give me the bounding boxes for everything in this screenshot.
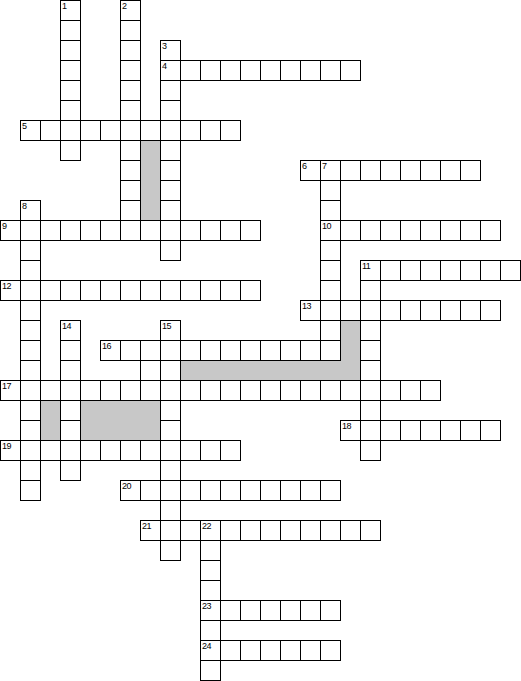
clue-number: 7 [322, 161, 327, 171]
cell[interactable] [80, 280, 101, 301]
cell[interactable] [120, 40, 141, 61]
cell[interactable] [160, 140, 181, 161]
clue-number: 17 [2, 381, 11, 391]
shaded-cell[interactable] [100, 420, 121, 441]
cell[interactable] [360, 320, 381, 341]
cell[interactable] [20, 220, 41, 241]
cell[interactable] [260, 340, 281, 361]
cell[interactable]: 20 [120, 480, 141, 501]
cell[interactable] [180, 440, 201, 461]
shaded-cell[interactable] [120, 400, 141, 421]
cell[interactable] [140, 380, 161, 401]
cell[interactable] [240, 480, 261, 501]
cell[interactable] [60, 440, 81, 461]
cell[interactable] [360, 520, 381, 541]
cell[interactable] [320, 300, 341, 321]
cell[interactable] [180, 120, 201, 141]
shaded-cell[interactable] [120, 420, 141, 441]
cell[interactable] [480, 220, 501, 241]
clue-number: 21 [142, 521, 151, 531]
cell[interactable] [160, 80, 181, 101]
cell[interactable]: 10 [320, 220, 341, 241]
cell[interactable] [200, 280, 221, 301]
cell[interactable] [60, 280, 81, 301]
cell[interactable] [320, 640, 341, 661]
cell[interactable] [140, 280, 161, 301]
cell[interactable]: 3 [160, 40, 181, 61]
cell[interactable] [320, 200, 341, 221]
cell[interactable] [380, 220, 401, 241]
cell[interactable] [140, 340, 161, 361]
clue-number: 2 [122, 1, 127, 11]
cell[interactable] [60, 420, 81, 441]
cell[interactable] [360, 280, 381, 301]
shaded-cell[interactable] [140, 140, 161, 161]
cell[interactable] [200, 220, 221, 241]
shaded-cell[interactable] [320, 360, 341, 381]
cell[interactable] [420, 260, 441, 281]
shaded-cell[interactable] [140, 400, 161, 421]
cell[interactable] [80, 120, 101, 141]
cell[interactable] [360, 440, 381, 461]
cell[interactable] [40, 280, 61, 301]
cell[interactable]: 18 [340, 420, 361, 441]
cell[interactable] [240, 220, 261, 241]
cell[interactable] [60, 340, 81, 361]
cell[interactable]: 22 [200, 520, 221, 541]
cell[interactable] [320, 480, 341, 501]
cell[interactable] [80, 220, 101, 241]
cell[interactable] [260, 380, 281, 401]
cell[interactable] [100, 220, 121, 241]
cell[interactable] [200, 380, 221, 401]
cell[interactable] [160, 180, 181, 201]
shaded-cell[interactable] [240, 360, 261, 381]
cell[interactable] [340, 300, 361, 321]
cell[interactable] [160, 220, 181, 241]
shaded-cell[interactable] [200, 360, 221, 381]
cell[interactable]: 7 [320, 160, 341, 181]
cell[interactable] [220, 340, 241, 361]
cell[interactable] [320, 240, 341, 261]
cell[interactable] [320, 180, 341, 201]
cell[interactable] [60, 140, 81, 161]
cell[interactable] [500, 260, 521, 281]
cell[interactable] [340, 380, 361, 401]
cell[interactable] [20, 260, 41, 281]
cell[interactable] [360, 160, 381, 181]
cell[interactable] [300, 480, 321, 501]
cell[interactable] [280, 60, 301, 81]
cell[interactable] [420, 220, 441, 241]
cell[interactable] [420, 160, 441, 181]
cell[interactable] [100, 120, 121, 141]
cell[interactable] [160, 520, 181, 541]
cell[interactable] [460, 420, 481, 441]
cell[interactable] [480, 300, 501, 321]
clue-number: 13 [302, 301, 311, 311]
cell[interactable] [160, 480, 181, 501]
cell[interactable] [40, 220, 61, 241]
cell[interactable] [80, 380, 101, 401]
cell[interactable] [100, 280, 121, 301]
cell[interactable] [160, 440, 181, 461]
cell[interactable] [320, 60, 341, 81]
cell[interactable] [60, 60, 81, 81]
cell[interactable] [380, 260, 401, 281]
cell[interactable] [160, 160, 181, 181]
cell[interactable] [20, 360, 41, 381]
cell[interactable] [360, 420, 381, 441]
cell[interactable] [200, 560, 221, 581]
clue-number: 6 [302, 161, 307, 171]
cell[interactable] [180, 380, 201, 401]
cell[interactable] [160, 100, 181, 121]
cell[interactable]: 13 [300, 300, 321, 321]
cell[interactable] [220, 120, 241, 141]
clue-number: 20 [122, 481, 131, 491]
cell[interactable]: 1 [60, 0, 81, 21]
clue-number: 19 [2, 441, 11, 451]
cell[interactable] [120, 280, 141, 301]
shaded-cell[interactable] [340, 360, 361, 381]
shaded-cell[interactable] [140, 160, 161, 181]
cell[interactable] [280, 640, 301, 661]
cell[interactable] [480, 260, 501, 281]
cell[interactable] [200, 580, 221, 601]
cell[interactable] [440, 220, 461, 241]
cell[interactable] [100, 380, 121, 401]
cell[interactable] [240, 640, 261, 661]
cell[interactable] [280, 520, 301, 541]
cell[interactable] [20, 460, 41, 481]
cell[interactable] [160, 360, 181, 381]
cell[interactable] [220, 60, 241, 81]
cell[interactable] [440, 260, 461, 281]
cell[interactable] [180, 280, 201, 301]
shaded-cell[interactable] [220, 360, 241, 381]
cell[interactable] [140, 360, 161, 381]
cell[interactable] [160, 200, 181, 221]
cell[interactable] [60, 120, 81, 141]
cell[interactable] [120, 160, 141, 181]
cell[interactable] [320, 520, 341, 541]
cell[interactable] [400, 260, 421, 281]
cell[interactable] [340, 520, 361, 541]
shaded-cell[interactable] [340, 340, 361, 361]
cell[interactable] [120, 220, 141, 241]
cell[interactable] [160, 240, 181, 261]
cell[interactable] [20, 420, 41, 441]
shaded-cell[interactable] [40, 420, 61, 441]
clue-number: 12 [2, 281, 11, 291]
cell[interactable] [360, 300, 381, 321]
cell[interactable] [120, 80, 141, 101]
cell[interactable] [60, 100, 81, 121]
cell[interactable] [400, 160, 421, 181]
clue-number: 14 [62, 321, 71, 331]
cell[interactable] [380, 160, 401, 181]
cell[interactable]: 16 [100, 340, 121, 361]
cell[interactable] [260, 600, 281, 621]
cell[interactable]: 6 [300, 160, 321, 181]
cell[interactable] [160, 380, 181, 401]
shaded-cell[interactable] [300, 360, 321, 381]
cell[interactable] [100, 440, 121, 461]
cell[interactable] [60, 400, 81, 421]
cell[interactable] [280, 380, 301, 401]
cell[interactable] [320, 380, 341, 401]
cell[interactable] [240, 60, 261, 81]
cell[interactable] [320, 320, 341, 341]
cell[interactable] [420, 300, 441, 321]
clue-number: 8 [22, 201, 27, 211]
cell[interactable] [300, 60, 321, 81]
cell[interactable] [260, 480, 281, 501]
clue-number: 10 [322, 221, 331, 231]
cell[interactable] [40, 440, 61, 461]
cell[interactable] [360, 380, 381, 401]
cell[interactable] [180, 220, 201, 241]
cell[interactable] [200, 120, 221, 141]
cell[interactable] [60, 40, 81, 61]
cell[interactable] [400, 300, 421, 321]
cell[interactable] [80, 440, 101, 461]
cell[interactable] [20, 340, 41, 361]
cell[interactable] [120, 340, 141, 361]
cell[interactable] [460, 220, 481, 241]
cell[interactable]: 23 [200, 600, 221, 621]
cell[interactable] [420, 380, 441, 401]
cell[interactable] [160, 280, 181, 301]
cell[interactable] [280, 480, 301, 501]
cell[interactable] [360, 340, 381, 361]
clue-number: 5 [22, 121, 27, 131]
cell[interactable] [20, 320, 41, 341]
cell[interactable] [60, 360, 81, 381]
cell[interactable] [120, 100, 141, 121]
cell[interactable] [300, 640, 321, 661]
cell[interactable] [140, 120, 161, 141]
shaded-cell[interactable] [180, 360, 201, 381]
shaded-cell[interactable] [340, 320, 361, 341]
cell[interactable] [460, 160, 481, 181]
clue-number: 11 [362, 261, 370, 271]
cell[interactable]: 4 [160, 60, 181, 81]
cell[interactable] [340, 220, 361, 241]
cell[interactable] [220, 480, 241, 501]
cell[interactable] [220, 640, 241, 661]
cell[interactable] [140, 480, 161, 501]
cell[interactable] [200, 340, 221, 361]
cell[interactable] [340, 160, 361, 181]
cell[interactable]: 5 [20, 120, 41, 141]
cell[interactable] [220, 600, 241, 621]
cell[interactable] [440, 300, 461, 321]
shaded-cell[interactable] [140, 420, 161, 441]
cell[interactable] [200, 660, 221, 681]
cell[interactable] [220, 440, 241, 461]
cell[interactable] [60, 380, 81, 401]
shaded-cell[interactable] [80, 420, 101, 441]
cell[interactable] [120, 20, 141, 41]
cell[interactable] [280, 340, 301, 361]
cell[interactable] [300, 340, 321, 361]
cell[interactable] [260, 640, 281, 661]
cell[interactable] [400, 220, 421, 241]
clue-number: 23 [202, 601, 211, 611]
cell[interactable] [20, 480, 41, 501]
cell[interactable] [440, 160, 461, 181]
cell[interactable] [120, 60, 141, 81]
cell[interactable]: 19 [0, 440, 21, 461]
cell[interactable] [300, 600, 321, 621]
shaded-cell[interactable] [80, 400, 101, 421]
cell[interactable] [20, 240, 41, 261]
cell[interactable]: 21 [140, 520, 161, 541]
cell[interactable] [220, 220, 241, 241]
cell[interactable]: 8 [20, 200, 41, 221]
cell[interactable] [320, 260, 341, 281]
cell[interactable] [40, 380, 61, 401]
clue-number: 4 [162, 61, 167, 71]
shaded-cell[interactable] [40, 400, 61, 421]
cell[interactable] [380, 300, 401, 321]
cell[interactable] [120, 440, 141, 461]
cell[interactable] [380, 420, 401, 441]
cell[interactable] [460, 260, 481, 281]
cell[interactable] [160, 340, 181, 361]
cell[interactable]: 9 [0, 220, 21, 241]
cell[interactable] [180, 480, 201, 501]
cell[interactable]: 15 [160, 320, 181, 341]
cell[interactable] [240, 600, 261, 621]
clue-number: 1 [62, 1, 67, 11]
cell[interactable] [120, 380, 141, 401]
cell[interactable] [60, 80, 81, 101]
cell[interactable] [240, 520, 261, 541]
cell[interactable] [140, 440, 161, 461]
cell[interactable] [160, 460, 181, 481]
cell[interactable] [220, 380, 241, 401]
shaded-cell[interactable] [280, 360, 301, 381]
cell[interactable] [260, 520, 281, 541]
cell[interactable] [20, 440, 41, 461]
cell[interactable] [300, 380, 321, 401]
cell[interactable]: 11 [360, 260, 381, 281]
cell[interactable] [160, 540, 181, 561]
cell[interactable] [420, 420, 441, 441]
crossword-board: 123456789101112131415161718192021222324 [0, 0, 521, 681]
cell[interactable] [180, 520, 201, 541]
cell[interactable] [360, 220, 381, 241]
cell[interactable] [260, 60, 281, 81]
cell[interactable]: 12 [0, 280, 21, 301]
cell[interactable] [480, 420, 501, 441]
cell[interactable] [300, 520, 321, 541]
cell[interactable] [200, 440, 221, 461]
cell[interactable] [20, 380, 41, 401]
cell[interactable]: 14 [60, 320, 81, 341]
cell[interactable] [380, 380, 401, 401]
cell[interactable] [60, 220, 81, 241]
cell[interactable]: 2 [120, 0, 141, 21]
cell[interactable] [320, 340, 341, 361]
cell[interactable] [160, 420, 181, 441]
cell[interactable] [340, 60, 361, 81]
cell[interactable] [360, 400, 381, 421]
cell[interactable] [20, 400, 41, 421]
cell[interactable] [240, 280, 261, 301]
cell[interactable] [280, 600, 301, 621]
cell[interactable] [160, 120, 181, 141]
cell[interactable] [200, 540, 221, 561]
clue-number: 9 [2, 221, 7, 231]
cell[interactable] [200, 620, 221, 641]
cell[interactable] [120, 180, 141, 201]
cell[interactable] [60, 20, 81, 41]
cell[interactable] [120, 140, 141, 161]
cell[interactable] [180, 340, 201, 361]
clue-number: 24 [202, 641, 211, 651]
clue-number: 18 [342, 421, 351, 431]
cell[interactable] [160, 400, 181, 421]
cell[interactable] [320, 600, 341, 621]
cell[interactable] [20, 300, 41, 321]
shaded-cell[interactable] [260, 360, 281, 381]
cell[interactable] [120, 200, 141, 221]
cell[interactable] [320, 280, 341, 301]
shaded-cell[interactable] [100, 400, 121, 421]
cell[interactable] [60, 460, 81, 481]
cell[interactable] [460, 300, 481, 321]
cell[interactable] [180, 60, 201, 81]
cell[interactable] [140, 220, 161, 241]
clue-number: 16 [102, 341, 111, 351]
cell[interactable] [220, 280, 241, 301]
shaded-cell[interactable] [140, 200, 161, 221]
cell[interactable]: 24 [200, 640, 221, 661]
clue-number: 3 [162, 41, 167, 51]
clue-number: 22 [202, 521, 211, 531]
clue-number: 15 [162, 321, 171, 331]
cell[interactable] [200, 480, 221, 501]
cell[interactable] [20, 280, 41, 301]
cell[interactable] [120, 120, 141, 141]
cell[interactable] [240, 380, 261, 401]
cell[interactable] [240, 340, 261, 361]
cell[interactable] [160, 500, 181, 521]
cell[interactable] [200, 60, 221, 81]
shaded-cell[interactable] [140, 180, 161, 201]
cell[interactable] [360, 360, 381, 381]
cell[interactable]: 17 [0, 380, 21, 401]
cell[interactable] [220, 520, 241, 541]
cell[interactable] [400, 420, 421, 441]
cell[interactable] [400, 380, 421, 401]
cell[interactable] [440, 420, 461, 441]
cell[interactable] [40, 120, 61, 141]
